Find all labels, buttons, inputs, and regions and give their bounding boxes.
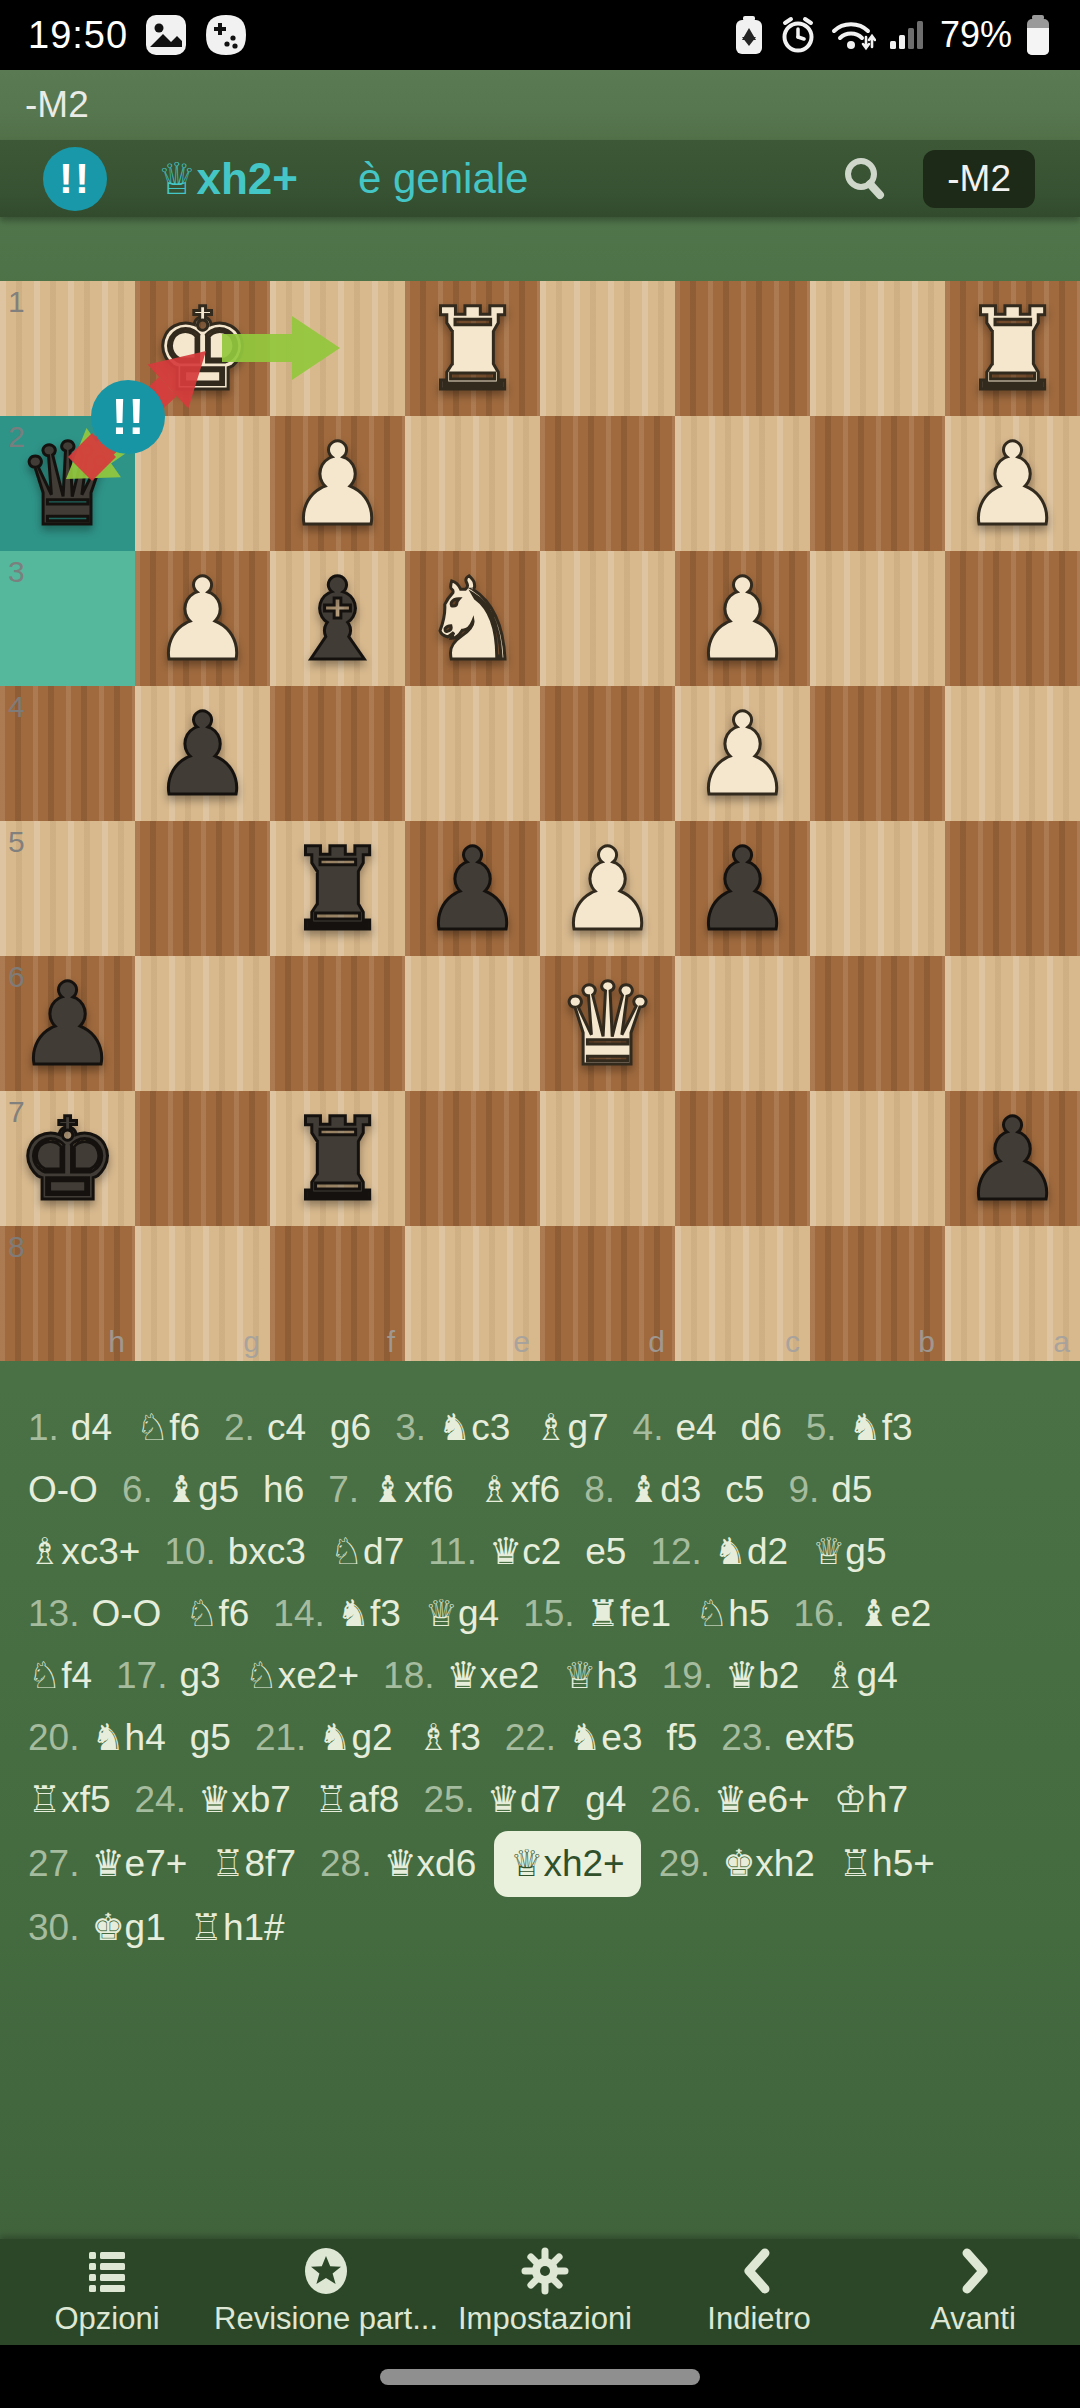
square-e4[interactable]: [405, 686, 540, 821]
file-label-h: h: [108, 1325, 125, 1359]
square-c6[interactable]: [675, 956, 810, 1091]
move-token[interactable]: ♗xf6: [478, 1459, 561, 1521]
eval-strip-label: -M2: [25, 84, 89, 126]
move-line: ♗xc3+10.bxc3♘d711.♛c2e512.♞d2♕g5: [28, 1521, 1060, 1583]
star-icon: [301, 2247, 351, 2295]
game-booster-icon: [204, 13, 248, 57]
nav-forward[interactable]: Avanti: [866, 2239, 1080, 2345]
square-g4[interactable]: ♟: [135, 686, 270, 821]
file-label-c: c: [785, 1325, 800, 1359]
square-g3[interactable]: ♟: [135, 551, 270, 686]
nav-options[interactable]: Opzioni: [0, 2239, 214, 2345]
move-token[interactable]: ♛xd6: [383, 1833, 476, 1895]
brilliant-move-badge: !!: [43, 147, 107, 211]
move-number: 4.: [633, 1397, 664, 1459]
square-b5[interactable]: [810, 821, 945, 956]
move-comment-label: è geniale: [358, 155, 528, 203]
move-number: 25.: [423, 1769, 474, 1831]
move-number: 6.: [122, 1459, 153, 1521]
move-token[interactable]: ♘h5: [695, 1583, 769, 1645]
move-number: 15.: [523, 1583, 574, 1645]
square-a1[interactable]: ♜: [945, 281, 1080, 416]
move-token[interactable]: bxc3: [228, 1521, 306, 1583]
move-token[interactable]: ♚g1: [91, 1897, 165, 1959]
move-number: 11.: [428, 1521, 477, 1583]
square-b2[interactable]: [810, 416, 945, 551]
rank-label-7: 7: [8, 1095, 25, 1129]
move-token[interactable]: c5: [725, 1459, 764, 1521]
piece-bP-g4: ♟: [135, 686, 270, 821]
square-b6[interactable]: [810, 956, 945, 1091]
move-token[interactable]: ♜fe1: [587, 1583, 672, 1645]
move-token[interactable]: ♖af8: [315, 1769, 400, 1831]
move-number: 18.: [383, 1645, 434, 1707]
move-token[interactable]: ♕h3: [563, 1645, 637, 1707]
move-token[interactable]: g6: [330, 1397, 371, 1459]
square-c7[interactable]: [675, 1091, 810, 1226]
square-f2[interactable]: ♟: [270, 416, 405, 551]
move-token[interactable]: ♘f4: [28, 1645, 92, 1707]
file-label-g: g: [243, 1325, 260, 1359]
piece-wN-e3: ♞: [405, 551, 540, 686]
move-number: 3.: [395, 1397, 426, 1459]
square-c1[interactable]: [675, 281, 810, 416]
square-d1[interactable]: [540, 281, 675, 416]
nav-game-review[interactable]: Revisione part...: [214, 2239, 438, 2345]
move-number: 28.: [320, 1833, 371, 1895]
move-number: 26.: [650, 1769, 701, 1831]
move-number: 17.: [116, 1645, 167, 1707]
square-d2[interactable]: [540, 416, 675, 551]
bottom-nav: Opzioni Revisione part...: [0, 2239, 1080, 2345]
move-token[interactable]: ♞f3: [337, 1583, 401, 1645]
move-token[interactable]: d5: [831, 1459, 872, 1521]
square-e5[interactable]: ♟: [405, 821, 540, 956]
square-h8[interactable]: 8h: [0, 1226, 135, 1361]
move-token[interactable]: d4: [71, 1397, 112, 1459]
square-f4[interactable]: [270, 686, 405, 821]
move-token[interactable]: O-O: [28, 1459, 98, 1521]
square-c3[interactable]: ♟: [675, 551, 810, 686]
move-token[interactable]: ♖8f7: [211, 1833, 296, 1895]
gesture-bar: [0, 2345, 1080, 2408]
square-f7[interactable]: ♜: [270, 1091, 405, 1226]
square-h1[interactable]: 1: [0, 281, 135, 416]
move-line: 27.♛e7+♖8f728.♛xd6♕xh2+29.♚xh2♖h5+: [28, 1831, 1060, 1897]
piece-wP-c3: ♟: [675, 551, 810, 686]
move-token[interactable]: f5: [666, 1707, 697, 1769]
piece-wP-f2: ♟: [270, 416, 405, 551]
rank-label-1: 1: [8, 285, 25, 319]
nav-game-review-label: Revisione part...: [214, 2301, 438, 2337]
square-f8[interactable]: f: [270, 1226, 405, 1361]
piece-bB-f3: ♝: [270, 551, 405, 686]
piece-bP-h6: ♟: [0, 956, 135, 1091]
move-token[interactable]: ♛e7+: [91, 1833, 187, 1895]
square-e3[interactable]: ♞: [405, 551, 540, 686]
analysis-header: !! ♕xh2+ è geniale -M2: [0, 140, 1080, 217]
move-token[interactable]: ♕g4: [425, 1583, 499, 1645]
square-b4[interactable]: [810, 686, 945, 821]
square-g5[interactable]: [135, 821, 270, 956]
move-token[interactable]: ♝e2: [857, 1583, 931, 1645]
square-f3[interactable]: ♝: [270, 551, 405, 686]
status-bar: 19:50: [0, 0, 1080, 70]
square-e8[interactable]: e: [405, 1226, 540, 1361]
current-move-label: ♕xh2+: [157, 153, 298, 204]
move-number: 12.: [650, 1521, 701, 1583]
piece-wP-a2: ♟: [945, 416, 1080, 551]
move-token[interactable]: ♛d7: [487, 1769, 561, 1831]
clock: 19:50: [28, 14, 128, 57]
move-token[interactable]: ♘d7: [330, 1521, 404, 1583]
move-token[interactable]: ♞c3: [438, 1397, 510, 1459]
chevron-left-icon: [735, 2247, 783, 2295]
piece-bP-c5: ♟: [675, 821, 810, 956]
move-number: 5.: [806, 1397, 837, 1459]
square-c2[interactable]: [675, 416, 810, 551]
chevron-right-icon: [949, 2247, 997, 2295]
square-h2[interactable]: 2♛: [0, 416, 135, 551]
square-c8[interactable]: c: [675, 1226, 810, 1361]
square-h5[interactable]: 5: [0, 821, 135, 956]
square-g6[interactable]: [135, 956, 270, 1091]
square-d5[interactable]: ♟: [540, 821, 675, 956]
square-f1[interactable]: [270, 281, 405, 416]
move-number: 9.: [788, 1459, 819, 1521]
square-f5[interactable]: ♜: [270, 821, 405, 956]
move-number: 14.: [273, 1583, 324, 1645]
square-a4[interactable]: [945, 686, 1080, 821]
square-e6[interactable]: [405, 956, 540, 1091]
nav-settings[interactable]: Impostazioni: [438, 2239, 652, 2345]
list-icon: [83, 2247, 131, 2295]
move-token[interactable]: g5: [190, 1707, 231, 1769]
move-number: 24.: [135, 1769, 186, 1831]
move-token[interactable]: ♘f6: [136, 1397, 200, 1459]
move-number: 1.: [28, 1397, 59, 1459]
move-token[interactable]: d6: [741, 1397, 782, 1459]
move-number: 20.: [28, 1707, 79, 1769]
gear-icon: [521, 2247, 569, 2295]
move-line: ♖xf524.♛xb7♖af825.♛d7g426.♛e6+♔h7: [28, 1769, 1060, 1831]
rank-label-5: 5: [8, 825, 25, 859]
square-d7[interactable]: [540, 1091, 675, 1226]
square-h6[interactable]: 6♟: [0, 956, 135, 1091]
square-b8[interactable]: b: [810, 1226, 945, 1361]
move-token[interactable]: ♖h5+: [839, 1833, 935, 1895]
square-d8[interactable]: d: [540, 1226, 675, 1361]
move-number: 21.: [255, 1707, 306, 1769]
square-d3[interactable]: [540, 551, 675, 686]
piece-wQ-d6: ♛: [540, 956, 675, 1091]
move-token[interactable]: ♛b2: [725, 1645, 799, 1707]
square-e7[interactable]: [405, 1091, 540, 1226]
move-line: 30.♚g1♖h1#: [28, 1897, 1060, 1959]
move-token[interactable]: ♔h7: [834, 1769, 908, 1831]
square-h7[interactable]: 7♚: [0, 1091, 135, 1226]
piece-wR-a1: ♜: [945, 281, 1080, 416]
move-token[interactable]: exf5: [785, 1707, 855, 1769]
nav-options-label: Opzioni: [54, 2301, 159, 2337]
search-icon: [839, 153, 891, 205]
file-label-a: a: [1053, 1325, 1070, 1359]
square-h3[interactable]: 3: [0, 551, 135, 686]
move-token[interactable]: ♞f3: [849, 1397, 913, 1459]
square-g8[interactable]: g: [135, 1226, 270, 1361]
piece-wK-g1: ♚: [135, 281, 270, 416]
square-g2[interactable]: [135, 416, 270, 551]
move-token[interactable]: e5: [585, 1521, 626, 1583]
move-token[interactable]: ♘f6: [185, 1583, 249, 1645]
rank-label-6: 6: [8, 960, 25, 994]
square-a6[interactable]: [945, 956, 1080, 1091]
alarm-icon: [778, 15, 818, 55]
move-token[interactable]: ♞h4: [91, 1707, 165, 1769]
file-label-f: f: [387, 1325, 395, 1359]
square-b7[interactable]: [810, 1091, 945, 1226]
move-token[interactable]: ♗f3: [417, 1707, 481, 1769]
wifi-icon: [830, 15, 876, 55]
square-b1[interactable]: [810, 281, 945, 416]
file-label-b: b: [918, 1325, 935, 1359]
signal-icon: [888, 15, 928, 55]
move-token[interactable]: h6: [263, 1459, 304, 1521]
battery-icon: [1024, 13, 1052, 57]
move-number: 29.: [659, 1833, 710, 1895]
move-line: ♘f417.g3♘xe2+18.♛xe2♕h319.♛b2♗g4: [28, 1645, 1060, 1707]
rank-label-8: 8: [8, 1230, 25, 1264]
square-a8[interactable]: a: [945, 1226, 1080, 1361]
move-number: 8.: [584, 1459, 615, 1521]
battery-percent: 79%: [940, 14, 1012, 56]
square-a7[interactable]: ♟: [945, 1091, 1080, 1226]
square-b3[interactable]: [810, 551, 945, 686]
move-line: 20.♞h4g521.♞g2♗f322.♞e3f523.exf5: [28, 1707, 1060, 1769]
move-token[interactable]: ♗g7: [534, 1397, 608, 1459]
square-g7[interactable]: [135, 1091, 270, 1226]
home-indicator[interactable]: [380, 2369, 700, 2385]
move-number: 10.: [164, 1521, 215, 1583]
square-e1[interactable]: ♜: [405, 281, 540, 416]
square-a2[interactable]: ♟: [945, 416, 1080, 551]
file-label-d: d: [648, 1325, 665, 1359]
move-token[interactable]: ♛xe2: [447, 1645, 540, 1707]
battery-saver-icon: [732, 15, 766, 55]
move-token[interactable]: ♝g5: [165, 1459, 239, 1521]
move-token[interactable]: e4: [675, 1397, 716, 1459]
move-token[interactable]: ♗xc3+: [28, 1521, 140, 1583]
move-number: 27.: [28, 1833, 79, 1895]
file-label-e: e: [513, 1325, 530, 1359]
square-h4[interactable]: 4: [0, 686, 135, 821]
chess-board: 1♚♜♜2♛♟♟3♟♝♞♟4♟♟5♜♟♟♟6♟♛7♚♜♟8hgfedcba: [0, 281, 1080, 1361]
move-number: 22.: [505, 1707, 556, 1769]
square-a3[interactable]: [945, 551, 1080, 686]
move-token[interactable]: ♚xh2: [722, 1833, 815, 1895]
square-c5[interactable]: ♟: [675, 821, 810, 956]
piece-bR-f7: ♜: [270, 1091, 405, 1226]
piece-bR-f5: ♜: [270, 821, 405, 956]
nav-back[interactable]: Indietro: [652, 2239, 866, 2345]
move-token[interactable]: ♝d3: [627, 1459, 701, 1521]
piece-wP-g3: ♟: [135, 551, 270, 686]
move-line: O-O6.♝g5h67.♝xf6♗xf68.♝d3c59.d5: [28, 1459, 1060, 1521]
move-token[interactable]: c4: [267, 1397, 306, 1459]
move-number: 23.: [721, 1707, 772, 1769]
move-token[interactable]: ♗g4: [823, 1645, 897, 1707]
square-f6[interactable]: [270, 956, 405, 1091]
move-line: 13.O-O♘f614.♞f3♕g415.♜fe1♘h516.♝e2: [28, 1583, 1060, 1645]
move-token[interactable]: O-O: [91, 1583, 161, 1645]
board-grid: 1♚♜♜2♛♟♟3♟♝♞♟4♟♟5♜♟♟♟6♟♛7♚♜♟8hgfedcba: [0, 281, 1080, 1361]
move-number: 30.: [28, 1897, 79, 1959]
rank-label-2: 2: [8, 420, 25, 454]
move-token[interactable]: ♝xf6: [371, 1459, 454, 1521]
move-line: 1.d4♘f62.c4g63.♞c3♗g74.e4d65.♞f3: [28, 1397, 1060, 1459]
nav-back-label: Indietro: [707, 2301, 810, 2337]
move-token[interactable]: ♖h1#: [190, 1897, 285, 1959]
move-number: 13.: [28, 1583, 79, 1645]
move-token[interactable]: ♛e6+: [714, 1769, 810, 1831]
rank-label-3: 3: [8, 555, 25, 589]
move-token[interactable]: ♘xe2+: [245, 1645, 359, 1707]
move-list: 1.d4♘f62.c4g63.♞c3♗g74.e4d65.♞f3O-O6.♝g5…: [0, 1361, 1080, 1959]
nav-forward-label: Avanti: [930, 2301, 1016, 2337]
move-token[interactable]: g4: [585, 1769, 626, 1831]
engine-eval-badge[interactable]: -M2: [923, 150, 1035, 208]
move-number: 2.: [224, 1397, 255, 1459]
move-token[interactable]: ♛c2: [489, 1521, 561, 1583]
move-token[interactable]: g3: [179, 1645, 220, 1707]
piece-bQ-h2: ♛: [0, 416, 135, 551]
eval-strip: -M2: [0, 70, 1080, 140]
move-token[interactable]: ♖xf5: [28, 1769, 111, 1831]
move-token[interactable]: ♞g2: [318, 1707, 392, 1769]
move-number: 19.: [662, 1645, 713, 1707]
rank-label-4: 4: [8, 690, 25, 724]
piece-wP-d5: ♟: [540, 821, 675, 956]
piece-bK-h7: ♚: [0, 1091, 135, 1226]
nav-settings-label: Impostazioni: [458, 2301, 632, 2337]
piece-bP-e5: ♟: [405, 821, 540, 956]
move-token[interactable]: ♞e3: [568, 1707, 642, 1769]
move-token[interactable]: ♞d2: [714, 1521, 788, 1583]
square-e2[interactable]: [405, 416, 540, 551]
search-button[interactable]: [835, 149, 895, 209]
square-d4[interactable]: [540, 686, 675, 821]
move-number: 7.: [328, 1459, 359, 1521]
square-a5[interactable]: [945, 821, 1080, 956]
move-number: 16.: [794, 1583, 845, 1645]
current-move-token[interactable]: ♕xh2+: [494, 1831, 640, 1897]
move-token[interactable]: ♕g5: [812, 1521, 886, 1583]
piece-bP-a7: ♟: [945, 1091, 1080, 1226]
square-c4[interactable]: ♟: [675, 686, 810, 821]
chess-app-screen: 19:50: [0, 0, 1080, 2408]
move-token[interactable]: ♛xb7: [198, 1769, 291, 1831]
gallery-icon: [144, 13, 188, 57]
square-g1[interactable]: ♚: [135, 281, 270, 416]
piece-wP-c4: ♟: [675, 686, 810, 821]
square-d6[interactable]: ♛: [540, 956, 675, 1091]
piece-wR-e1: ♜: [405, 281, 540, 416]
